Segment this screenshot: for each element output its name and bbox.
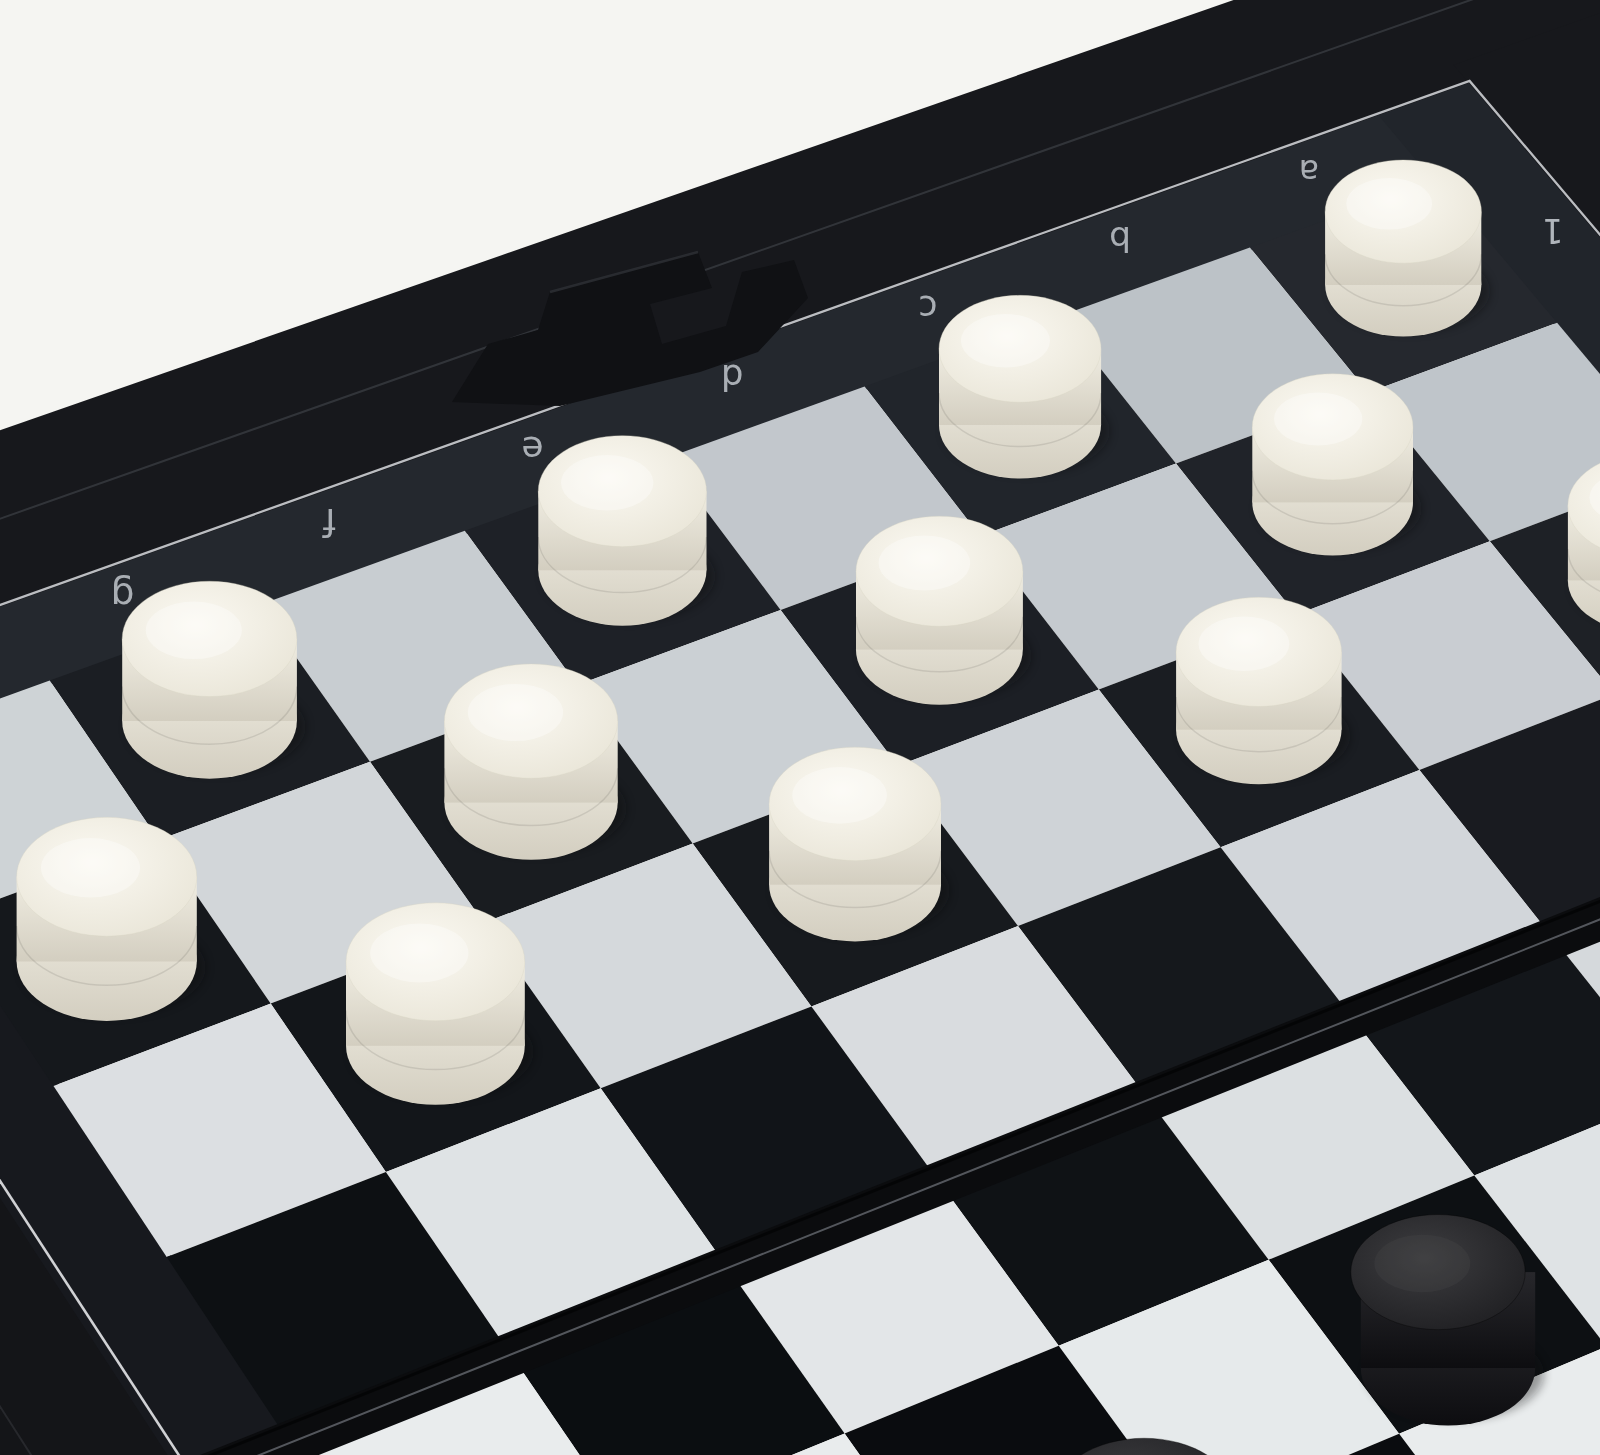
checker-white-b2 <box>1252 374 1421 556</box>
checker-white-g3 <box>346 903 534 1105</box>
checker-white-d2 <box>856 516 1032 705</box>
board-photo-scene: abcdefg134 <box>0 0 1600 1455</box>
rank-label-right-1: 1 <box>1542 211 1563 250</box>
checker-white-g1 <box>122 581 305 778</box>
file-label-c: c <box>918 288 937 328</box>
file-label-f: f <box>322 500 336 543</box>
checker-black-d6 <box>1351 1215 1544 1426</box>
checker-white-h2 <box>17 817 206 1021</box>
file-label-g: g <box>111 574 135 618</box>
checker-white-f2 <box>444 664 626 860</box>
checker-white-e3 <box>769 747 950 941</box>
checker-white-c1 <box>939 295 1110 478</box>
file-label-a: a <box>1299 152 1320 191</box>
checker-white-a1 <box>1325 160 1490 337</box>
file-label-e: e <box>522 428 544 471</box>
file-label-b: b <box>1109 219 1131 259</box>
checker-white-c3 <box>1176 597 1350 784</box>
board-photo-svg: abcdefg134 <box>0 0 1600 1455</box>
checker-white-e1 <box>538 436 715 626</box>
